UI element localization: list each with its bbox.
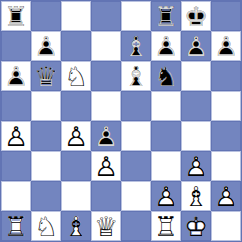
square-b2[interactable] [31,181,61,211]
square-h7[interactable]: ♟♙ [211,31,241,61]
square-d4[interactable]: ♟♙ [91,121,121,151]
square-d1[interactable]: ♛♕ [91,211,121,241]
square-f3[interactable] [151,151,181,181]
square-b5[interactable] [31,91,61,121]
white-bishop-c1[interactable]: ♝♗ [61,211,91,241]
square-a3[interactable] [1,151,31,181]
white-king-g1[interactable]: ♚♔ [181,211,211,241]
square-e7[interactable]: ♝♗ [121,31,151,61]
square-d5[interactable] [91,91,121,121]
white-rook-a1[interactable]: ♜♖ [1,211,31,241]
white-pawn-g3[interactable]: ♟♙ [181,151,211,181]
white-pawn-h2[interactable]: ♟♙ [211,181,241,211]
square-c5[interactable] [61,91,91,121]
square-f1[interactable]: ♜♖ [151,211,181,241]
black-pawn-b7[interactable]: ♟♙ [31,31,61,61]
square-c6[interactable]: ♞♘ [61,61,91,91]
white-pawn-c4[interactable]: ♟♙ [61,121,91,151]
square-c8[interactable] [61,1,91,31]
black-pawn-h7[interactable]: ♟♙ [211,31,241,61]
square-e8[interactable] [121,1,151,31]
white-pawn-d3[interactable]: ♟♙ [91,151,121,181]
square-a5[interactable] [1,91,31,121]
square-h1[interactable] [211,211,241,241]
black-king-g8[interactable]: ♚♔ [181,1,211,31]
square-a8[interactable]: ♜♖ [1,1,31,31]
black-bishop-e7[interactable]: ♝♗ [121,31,151,61]
square-h4[interactable] [211,121,241,151]
square-e4[interactable] [121,121,151,151]
square-f8[interactable]: ♜♖ [151,1,181,31]
black-pawn-f7[interactable]: ♟♙ [151,31,181,61]
square-g8[interactable]: ♚♔ [181,1,211,31]
square-c1[interactable]: ♝♗ [61,211,91,241]
square-e6[interactable]: ♝♗ [121,61,151,91]
square-g3[interactable]: ♟♙ [181,151,211,181]
square-g7[interactable]: ♟♙ [181,31,211,61]
square-h8[interactable] [211,1,241,31]
square-c2[interactable] [61,181,91,211]
square-e5[interactable] [121,91,151,121]
black-pawn-a6[interactable]: ♟♙ [1,61,31,91]
square-f5[interactable] [151,91,181,121]
square-d3[interactable]: ♟♙ [91,151,121,181]
square-e2[interactable] [121,181,151,211]
square-b6[interactable]: ♛♕ [31,61,61,91]
square-a4[interactable]: ♟♙ [1,121,31,151]
black-knight-f6[interactable]: ♞♘ [151,61,181,91]
square-g6[interactable] [181,61,211,91]
square-c7[interactable] [61,31,91,61]
white-pawn-f2[interactable]: ♟♙ [151,181,181,211]
square-f4[interactable] [151,121,181,151]
black-pawn-d4[interactable]: ♟♙ [91,121,121,151]
square-a6[interactable]: ♟♙ [1,61,31,91]
chess-board: ♜♖♜♖♚♔♟♙♝♗♟♙♟♙♟♙♟♙♛♕♞♘♝♗♞♘♟♙♟♙♟♙♟♙♟♙♟♙♝♗… [0,0,242,242]
white-knight-c6[interactable]: ♞♘ [61,61,91,91]
square-c4[interactable]: ♟♙ [61,121,91,151]
square-b4[interactable] [31,121,61,151]
white-knight-b1[interactable]: ♞♘ [31,211,61,241]
square-f2[interactable]: ♟♙ [151,181,181,211]
black-bishop-e6[interactable]: ♝♗ [121,61,151,91]
square-d8[interactable] [91,1,121,31]
square-b1[interactable]: ♞♘ [31,211,61,241]
square-h3[interactable] [211,151,241,181]
square-a1[interactable]: ♜♖ [1,211,31,241]
white-bishop-g2[interactable]: ♝♗ [181,181,211,211]
square-d6[interactable] [91,61,121,91]
square-g5[interactable] [181,91,211,121]
square-b3[interactable] [31,151,61,181]
square-g1[interactable]: ♚♔ [181,211,211,241]
square-f6[interactable]: ♞♘ [151,61,181,91]
square-h2[interactable]: ♟♙ [211,181,241,211]
square-e1[interactable] [121,211,151,241]
white-pawn-a4[interactable]: ♟♙ [1,121,31,151]
square-c3[interactable] [61,151,91,181]
square-b8[interactable] [31,1,61,31]
white-rook-f1[interactable]: ♜♖ [151,211,181,241]
black-pawn-g7[interactable]: ♟♙ [181,31,211,61]
black-rook-a8[interactable]: ♜♖ [1,1,31,31]
square-e3[interactable] [121,151,151,181]
square-g4[interactable] [181,121,211,151]
square-a2[interactable] [1,181,31,211]
white-queen-d1[interactable]: ♛♕ [91,211,121,241]
square-d7[interactable] [91,31,121,61]
square-h6[interactable] [211,61,241,91]
square-b7[interactable]: ♟♙ [31,31,61,61]
square-f7[interactable]: ♟♙ [151,31,181,61]
black-rook-f8[interactable]: ♜♖ [151,1,181,31]
square-g2[interactable]: ♝♗ [181,181,211,211]
square-h5[interactable] [211,91,241,121]
square-a7[interactable] [1,31,31,61]
black-queen-b6[interactable]: ♛♕ [31,61,61,91]
square-d2[interactable] [91,181,121,211]
